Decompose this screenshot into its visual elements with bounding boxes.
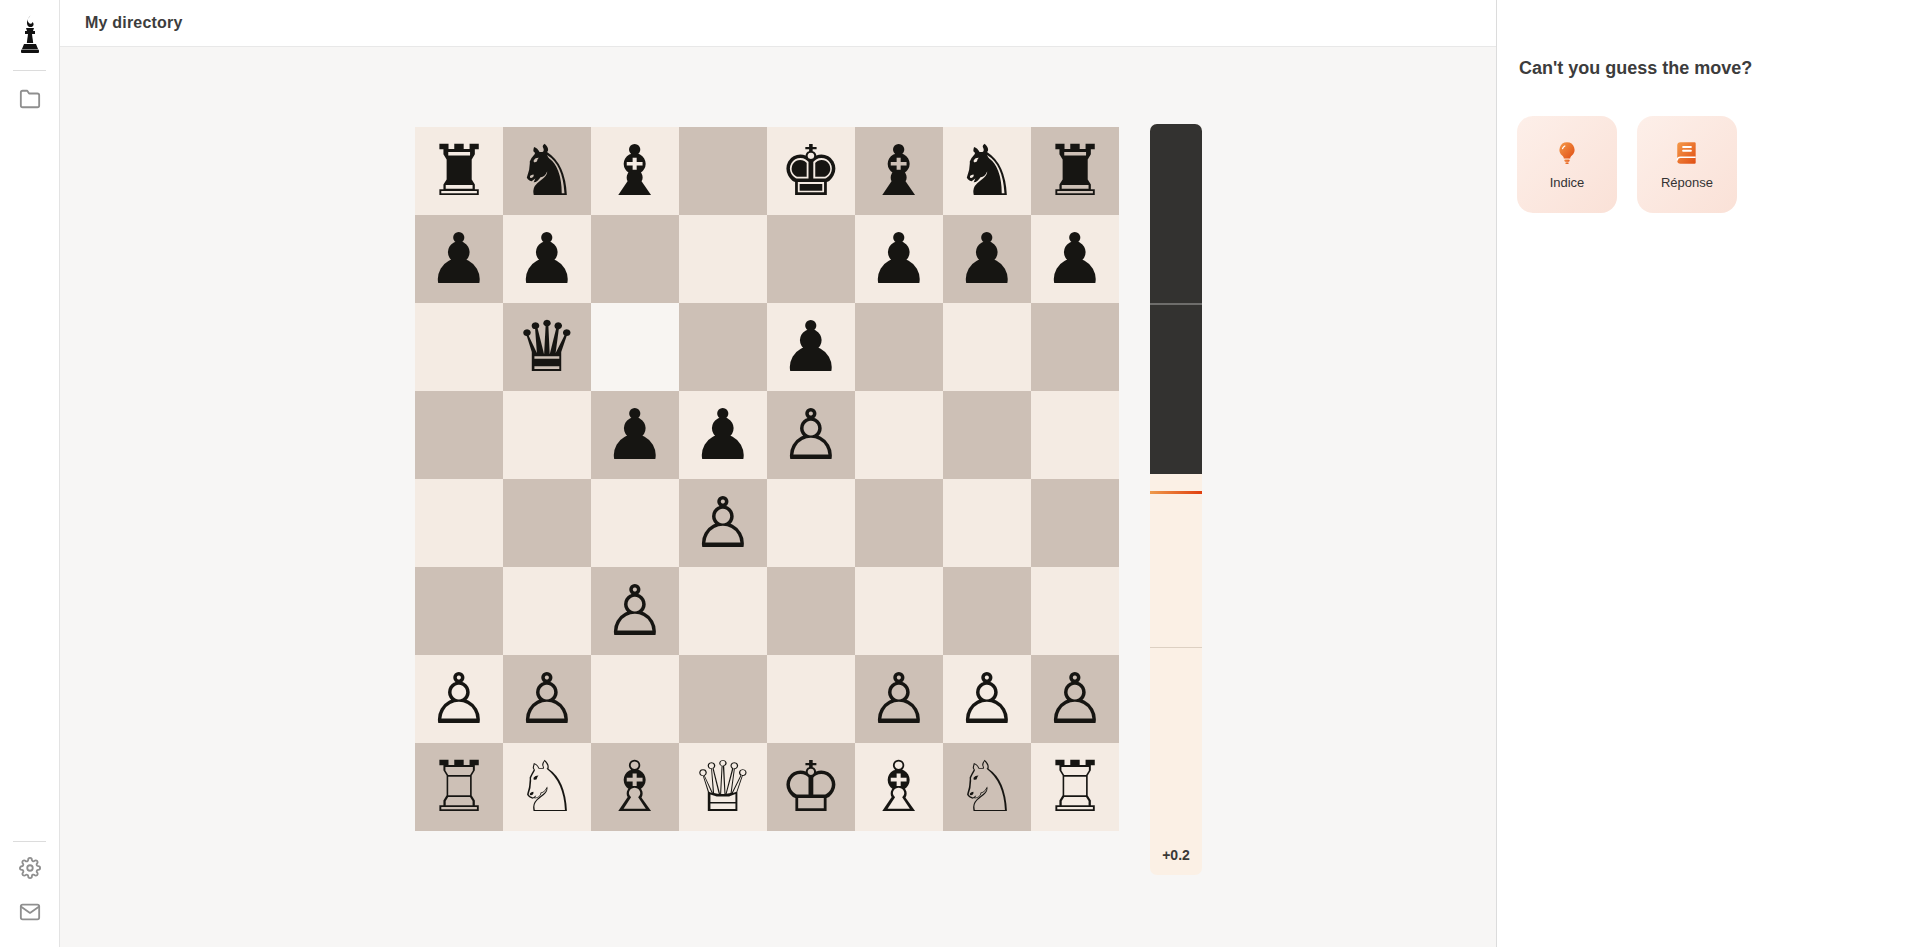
square-c5[interactable]: ♟: [591, 391, 679, 479]
eval-score: +0.2: [1150, 847, 1202, 863]
white-rook-piece[interactable]: ♖: [428, 743, 491, 831]
square-e3[interactable]: [767, 567, 855, 655]
white-rook-piece[interactable]: ♖: [1044, 743, 1107, 831]
square-h7[interactable]: ♟: [1031, 215, 1119, 303]
square-b6[interactable]: ♛: [503, 303, 591, 391]
square-g7[interactable]: ♟: [943, 215, 1031, 303]
white-knight-piece[interactable]: ♘: [956, 743, 1019, 831]
square-c7[interactable]: [591, 215, 679, 303]
sidebar-divider-top: [13, 70, 46, 71]
sidebar-item-messages[interactable]: [0, 898, 60, 926]
app-logo[interactable]: [0, 12, 60, 56]
square-f7[interactable]: ♟: [855, 215, 943, 303]
square-g6[interactable]: [943, 303, 1031, 391]
eval-black-portion: [1150, 124, 1202, 474]
square-h3[interactable]: [1031, 567, 1119, 655]
gear-icon: [19, 857, 41, 879]
black-pawn-piece[interactable]: ♟: [428, 215, 491, 303]
answer-button-label: Réponse: [1661, 175, 1713, 190]
square-h5[interactable]: [1031, 391, 1119, 479]
square-h2[interactable]: ♙: [1031, 655, 1119, 743]
square-e4[interactable]: [767, 479, 855, 567]
white-bishop-piece[interactable]: ♗: [604, 743, 667, 831]
square-g4[interactable]: [943, 479, 1031, 567]
black-pawn-piece[interactable]: ♟: [780, 303, 843, 391]
hint-panel: Can't you guess the move? Indice: [1496, 0, 1920, 947]
sidebar-item-directory[interactable]: [0, 85, 60, 113]
square-d1[interactable]: ♕: [679, 743, 767, 831]
square-c8[interactable]: ♝: [591, 127, 679, 215]
square-e2[interactable]: [767, 655, 855, 743]
white-pawn-piece[interactable]: ♙: [428, 655, 491, 743]
flaming-chess-piece-icon: [13, 14, 47, 54]
app-root: My directory ♜♞♝♚♝♞♜♟♟♟♟♟♛♟♟♟♙♙♙♙♙♙♙♙♖♘♗…: [0, 0, 1920, 947]
white-pawn-piece[interactable]: ♙: [780, 391, 843, 479]
white-knight-piece[interactable]: ♘: [516, 743, 579, 831]
black-knight-piece[interactable]: ♞: [516, 127, 579, 215]
square-b4[interactable]: [503, 479, 591, 567]
black-pawn-piece[interactable]: ♟: [692, 391, 755, 479]
square-f6[interactable]: [855, 303, 943, 391]
hint-panel-heading: Can't you guess the move?: [1519, 58, 1752, 79]
square-h4[interactable]: [1031, 479, 1119, 567]
square-d2[interactable]: [679, 655, 767, 743]
square-f2[interactable]: ♙: [855, 655, 943, 743]
square-d5[interactable]: ♟: [679, 391, 767, 479]
lightbulb-icon: [1554, 140, 1580, 166]
square-b7[interactable]: ♟: [503, 215, 591, 303]
sidebar: [0, 0, 60, 947]
black-bishop-piece[interactable]: ♝: [868, 127, 931, 215]
square-c2[interactable]: [591, 655, 679, 743]
square-d8[interactable]: [679, 127, 767, 215]
page-title: My directory: [85, 14, 183, 32]
sidebar-divider-bottom: [13, 841, 46, 842]
square-h1[interactable]: ♖: [1031, 743, 1119, 831]
mail-icon: [19, 901, 41, 923]
square-e6[interactable]: ♟: [767, 303, 855, 391]
square-b3[interactable]: [503, 567, 591, 655]
square-e1[interactable]: ♔: [767, 743, 855, 831]
square-f5[interactable]: [855, 391, 943, 479]
square-f4[interactable]: [855, 479, 943, 567]
black-pawn-piece[interactable]: ♟: [1044, 215, 1107, 303]
square-a4[interactable]: [415, 479, 503, 567]
white-pawn-piece[interactable]: ♙: [868, 655, 931, 743]
square-a6[interactable]: [415, 303, 503, 391]
black-pawn-piece[interactable]: ♟: [604, 391, 667, 479]
square-e5[interactable]: ♙: [767, 391, 855, 479]
white-pawn-piece[interactable]: ♙: [1044, 655, 1107, 743]
square-g2[interactable]: ♙: [943, 655, 1031, 743]
black-queen-piece[interactable]: ♛: [516, 303, 579, 391]
square-h8[interactable]: ♜: [1031, 127, 1119, 215]
square-g3[interactable]: [943, 567, 1031, 655]
square-c1[interactable]: ♗: [591, 743, 679, 831]
topbar: My directory: [60, 0, 1496, 47]
square-g1[interactable]: ♘: [943, 743, 1031, 831]
hint-button[interactable]: Indice: [1517, 116, 1617, 213]
square-e7[interactable]: [767, 215, 855, 303]
square-c6[interactable]: [591, 303, 679, 391]
white-bishop-piece[interactable]: ♗: [868, 743, 931, 831]
evaluation-bar: +0.2: [1150, 124, 1202, 875]
square-d4[interactable]: ♙: [679, 479, 767, 567]
chess-board: ♜♞♝♚♝♞♜♟♟♟♟♟♛♟♟♟♙♙♙♙♙♙♙♙♖♘♗♕♔♗♘♖: [415, 127, 1119, 831]
square-c3[interactable]: ♙: [591, 567, 679, 655]
square-c4[interactable]: [591, 479, 679, 567]
square-a8[interactable]: ♜: [415, 127, 503, 215]
sidebar-item-settings[interactable]: [0, 854, 60, 882]
square-a7[interactable]: ♟: [415, 215, 503, 303]
white-pawn-piece[interactable]: ♙: [692, 479, 755, 567]
answer-button[interactable]: Réponse: [1637, 116, 1737, 213]
square-g5[interactable]: [943, 391, 1031, 479]
black-bishop-piece[interactable]: ♝: [604, 127, 667, 215]
square-d6[interactable]: [679, 303, 767, 391]
black-pawn-piece[interactable]: ♟: [516, 215, 579, 303]
folder-icon: [19, 88, 41, 110]
black-knight-piece[interactable]: ♞: [956, 127, 1019, 215]
white-pawn-piece[interactable]: ♙: [956, 655, 1019, 743]
white-king-piece[interactable]: ♔: [780, 743, 843, 831]
gray-marker: [1150, 303, 1202, 305]
square-f1[interactable]: ♗: [855, 743, 943, 831]
black-pawn-piece[interactable]: ♟: [868, 215, 931, 303]
square-a1[interactable]: ♖: [415, 743, 503, 831]
square-d3[interactable]: [679, 567, 767, 655]
square-b2[interactable]: ♙: [503, 655, 591, 743]
square-h6[interactable]: [1031, 303, 1119, 391]
square-b8[interactable]: ♞: [503, 127, 591, 215]
white-pawn-piece[interactable]: ♙: [604, 567, 667, 655]
square-a3[interactable]: [415, 567, 503, 655]
hint-button-label: Indice: [1550, 175, 1585, 190]
center-orange-marker: [1150, 491, 1202, 494]
black-rook-piece[interactable]: ♜: [428, 127, 491, 215]
square-d7[interactable]: [679, 215, 767, 303]
white-pawn-piece[interactable]: ♙: [516, 655, 579, 743]
black-pawn-piece[interactable]: ♟: [956, 215, 1019, 303]
square-e8[interactable]: ♚: [767, 127, 855, 215]
square-f3[interactable]: [855, 567, 943, 655]
faint-marker: [1150, 647, 1202, 648]
square-b5[interactable]: [503, 391, 591, 479]
square-f8[interactable]: ♝: [855, 127, 943, 215]
square-g8[interactable]: ♞: [943, 127, 1031, 215]
square-a2[interactable]: ♙: [415, 655, 503, 743]
black-king-piece[interactable]: ♚: [780, 127, 843, 215]
square-b1[interactable]: ♘: [503, 743, 591, 831]
square-a5[interactable]: [415, 391, 503, 479]
book-icon: [1674, 140, 1700, 166]
black-rook-piece[interactable]: ♜: [1044, 127, 1107, 215]
white-queen-piece[interactable]: ♕: [692, 743, 755, 831]
